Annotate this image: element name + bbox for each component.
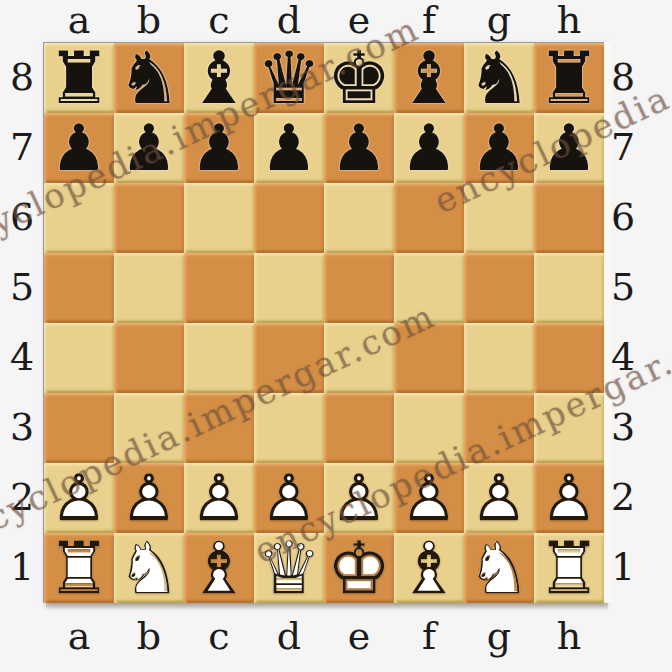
square-a7[interactable]: ♟ [44, 113, 114, 183]
piece-black-bishop[interactable]: ♝ [187, 43, 252, 113]
piece-outline-glyph: ♙ [254, 463, 324, 533]
file-label-e: e [324, 606, 394, 662]
rank-label-4: 4 [608, 322, 638, 392]
piece-black-pawn[interactable]: ♟ [540, 113, 597, 183]
piece-black-knight[interactable]: ♞ [117, 43, 182, 113]
square-b5[interactable] [114, 253, 184, 323]
chess-diagram-page: abcdefgh 87654321 ♜♞♝♛♚♝♞♜♟♟♟♟♟♟♟♟♟♙♟♙♟♙… [0, 0, 672, 672]
piece-white-pawn[interactable]: ♟♙ [464, 463, 534, 533]
piece-outline-glyph: ♘ [464, 533, 534, 603]
square-a6[interactable] [44, 183, 114, 253]
piece-outline-glyph: ♙ [534, 463, 604, 533]
square-g1[interactable]: ♞♘ [464, 533, 534, 603]
square-f1[interactable]: ♝♗ [394, 533, 464, 603]
square-h4[interactable] [534, 323, 604, 393]
square-c1[interactable]: ♝♗ [184, 533, 254, 603]
rank-label-4: 4 [0, 322, 44, 392]
piece-white-knight[interactable]: ♞♘ [464, 533, 534, 603]
piece-white-pawn[interactable]: ♟♙ [44, 463, 114, 533]
square-a3[interactable] [44, 393, 114, 463]
piece-black-pawn[interactable]: ♟ [470, 113, 527, 183]
piece-black-knight[interactable]: ♞ [467, 43, 532, 113]
square-f6[interactable] [394, 183, 464, 253]
rank-label-7: 7 [0, 112, 44, 182]
piece-outline-glyph: ♘ [114, 533, 184, 603]
piece-white-rook[interactable]: ♜♖ [44, 533, 114, 603]
square-b8[interactable]: ♞ [114, 43, 184, 113]
square-h2[interactable]: ♟♙ [534, 463, 604, 533]
rank-label-5: 5 [0, 252, 44, 322]
piece-outline-glyph: ♙ [394, 463, 464, 533]
square-d6[interactable] [254, 183, 324, 253]
square-b2[interactable]: ♟♙ [114, 463, 184, 533]
piece-white-pawn[interactable]: ♟♙ [534, 463, 604, 533]
file-label-b: b [114, 606, 184, 662]
square-b4[interactable] [114, 323, 184, 393]
rank-label-1: 1 [608, 532, 638, 602]
square-e8[interactable]: ♚ [324, 43, 394, 113]
piece-white-king[interactable]: ♚♔ [324, 533, 394, 603]
square-f5[interactable] [394, 253, 464, 323]
piece-white-queen[interactable]: ♛♕ [254, 533, 324, 603]
square-a8[interactable]: ♜ [44, 43, 114, 113]
piece-black-queen[interactable]: ♛ [257, 43, 322, 113]
piece-outline-glyph: ♙ [324, 463, 394, 533]
piece-black-bishop[interactable]: ♝ [397, 43, 462, 113]
square-g6[interactable] [464, 183, 534, 253]
square-a4[interactable] [44, 323, 114, 393]
piece-black-rook[interactable]: ♜ [47, 43, 112, 113]
square-c3[interactable] [184, 393, 254, 463]
rank-label-8: 8 [0, 42, 44, 112]
piece-white-pawn[interactable]: ♟♙ [114, 463, 184, 533]
piece-white-rook[interactable]: ♜♖ [534, 533, 604, 603]
rank-label-1: 1 [0, 532, 44, 602]
square-g3[interactable] [464, 393, 534, 463]
piece-white-knight[interactable]: ♞♘ [114, 533, 184, 603]
piece-black-king[interactable]: ♚ [327, 43, 392, 113]
square-b3[interactable] [114, 393, 184, 463]
square-g2[interactable]: ♟♙ [464, 463, 534, 533]
square-e1[interactable]: ♚♔ [324, 533, 394, 603]
square-b1[interactable]: ♞♘ [114, 533, 184, 603]
piece-white-pawn[interactable]: ♟♙ [324, 463, 394, 533]
piece-outline-glyph: ♗ [394, 533, 464, 603]
square-h1[interactable]: ♜♖ [534, 533, 604, 603]
piece-white-bishop[interactable]: ♝♗ [394, 533, 464, 603]
rank-label-5: 5 [608, 252, 638, 322]
square-e3[interactable] [324, 393, 394, 463]
square-f3[interactable] [394, 393, 464, 463]
chess-board: ♜♞♝♛♚♝♞♜♟♟♟♟♟♟♟♟♟♙♟♙♟♙♟♙♟♙♟♙♟♙♟♙♜♖♞♘♝♗♛♕… [43, 42, 604, 603]
file-label-a: a [44, 606, 114, 662]
piece-outline-glyph: ♙ [184, 463, 254, 533]
square-d5[interactable] [254, 253, 324, 323]
square-h6[interactable] [534, 183, 604, 253]
piece-outline-glyph: ♗ [184, 533, 254, 603]
square-f8[interactable]: ♝ [394, 43, 464, 113]
piece-black-pawn[interactable]: ♟ [260, 113, 317, 183]
square-d8[interactable]: ♛ [254, 43, 324, 113]
square-c2[interactable]: ♟♙ [184, 463, 254, 533]
square-h5[interactable] [534, 253, 604, 323]
square-d4[interactable] [254, 323, 324, 393]
square-d7[interactable]: ♟ [254, 113, 324, 183]
square-d3[interactable] [254, 393, 324, 463]
square-b6[interactable] [114, 183, 184, 253]
file-label-c: c [184, 606, 254, 662]
square-a1[interactable]: ♜♖ [44, 533, 114, 603]
file-label-g: g [464, 606, 534, 662]
square-a2[interactable]: ♟♙ [44, 463, 114, 533]
piece-outline-glyph: ♙ [114, 463, 184, 533]
square-d1[interactable]: ♛♕ [254, 533, 324, 603]
square-c5[interactable] [184, 253, 254, 323]
piece-white-pawn[interactable]: ♟♙ [254, 463, 324, 533]
piece-white-pawn[interactable]: ♟♙ [394, 463, 464, 533]
file-label-h: h [534, 606, 604, 662]
piece-black-pawn[interactable]: ♟ [400, 113, 457, 183]
rank-label-8: 8 [608, 42, 638, 112]
square-e7[interactable]: ♟ [324, 113, 394, 183]
square-e6[interactable] [324, 183, 394, 253]
file-label-d: d [254, 606, 324, 662]
square-g4[interactable] [464, 323, 534, 393]
square-e2[interactable]: ♟♙ [324, 463, 394, 533]
square-d2[interactable]: ♟♙ [254, 463, 324, 533]
piece-outline-glyph: ♙ [464, 463, 534, 533]
piece-black-pawn[interactable]: ♟ [190, 113, 247, 183]
rank-labels-right: 87654321 [608, 42, 638, 602]
piece-white-pawn[interactable]: ♟♙ [184, 463, 254, 533]
rank-label-2: 2 [0, 462, 44, 532]
piece-outline-glyph: ♔ [324, 533, 394, 603]
rank-label-6: 6 [0, 182, 44, 252]
piece-black-pawn[interactable]: ♟ [120, 113, 177, 183]
square-g5[interactable] [464, 253, 534, 323]
rank-label-3: 3 [608, 392, 638, 462]
square-e4[interactable] [324, 323, 394, 393]
piece-black-pawn[interactable]: ♟ [330, 113, 387, 183]
rank-label-2: 2 [608, 462, 638, 532]
square-f4[interactable] [394, 323, 464, 393]
square-c7[interactable]: ♟ [184, 113, 254, 183]
square-e5[interactable] [324, 253, 394, 323]
square-h8[interactable]: ♜ [534, 43, 604, 113]
piece-outline-glyph: ♖ [534, 533, 604, 603]
square-h3[interactable] [534, 393, 604, 463]
piece-outline-glyph: ♖ [44, 533, 114, 603]
rank-label-3: 3 [0, 392, 44, 462]
square-a5[interactable] [44, 253, 114, 323]
square-b7[interactable]: ♟ [114, 113, 184, 183]
piece-outline-glyph: ♕ [254, 533, 324, 603]
square-c6[interactable] [184, 183, 254, 253]
rank-label-6: 6 [608, 182, 638, 252]
rank-labels-left: 87654321 [0, 42, 44, 602]
square-c4[interactable] [184, 323, 254, 393]
square-f7[interactable]: ♟ [394, 113, 464, 183]
square-c8[interactable]: ♝ [184, 43, 254, 113]
square-f2[interactable]: ♟♙ [394, 463, 464, 533]
square-h7[interactable]: ♟ [534, 113, 604, 183]
rank-label-7: 7 [608, 112, 638, 182]
piece-outline-glyph: ♙ [44, 463, 114, 533]
piece-white-bishop[interactable]: ♝♗ [184, 533, 254, 603]
square-g7[interactable]: ♟ [464, 113, 534, 183]
file-labels-bottom: abcdefgh [44, 606, 604, 662]
file-label-f: f [394, 606, 464, 662]
piece-black-pawn[interactable]: ♟ [50, 113, 107, 183]
piece-black-rook[interactable]: ♜ [537, 43, 602, 113]
square-g8[interactable]: ♞ [464, 43, 534, 113]
